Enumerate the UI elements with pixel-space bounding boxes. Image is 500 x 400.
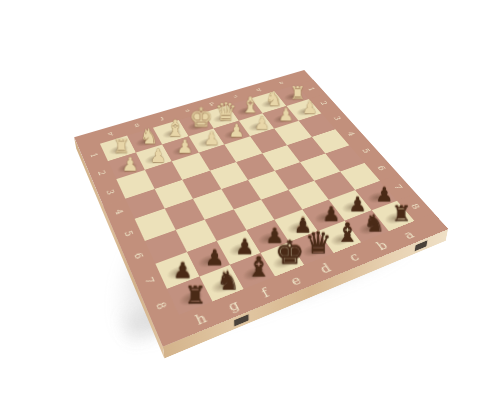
- coordinate-label: e: [288, 273, 303, 287]
- coordinate-label: 3: [332, 115, 343, 121]
- product-photo-background: hgfedcba1♜♞♝♚♛♝♞♜12♟♟♟♟♟♟♟♟2334455667♟♟♟…: [0, 0, 500, 400]
- coordinate-label: a: [401, 228, 416, 241]
- white-pawn: ♟: [197, 130, 225, 148]
- black-king: ♚: [272, 237, 306, 270]
- coordinate-label: f: [259, 286, 271, 299]
- board-scene: hgfedcba1♜♞♝♚♛♝♞♜12♟♟♟♟♟♟♟♟2334455667♟♟♟…: [88, 18, 408, 338]
- coordinate-label: 4: [345, 131, 356, 137]
- coordinate-label: 8: [154, 301, 168, 311]
- black-queen: ♛: [302, 228, 335, 258]
- white-pawn: ♟: [171, 138, 199, 156]
- coordinate-label: 5: [122, 229, 135, 237]
- coordinate-label: 5: [360, 147, 371, 154]
- white-pawn: ♟: [248, 114, 275, 132]
- black-bishop: ♝: [331, 220, 364, 246]
- coordinate-label: 1: [88, 152, 99, 159]
- metal-hinge-icon: [234, 315, 248, 327]
- coordinate-label: 6: [375, 165, 387, 172]
- white-pawn: ♟: [223, 122, 251, 140]
- white-pawn: ♟: [115, 155, 144, 174]
- black-knight: ♞: [210, 268, 245, 294]
- chessboard: hgfedcba1♜♞♝♚♛♝♞♜12♟♟♟♟♟♟♟♟2334455667♟♟♟…: [74, 70, 448, 347]
- coordinate-label: 6: [132, 252, 145, 261]
- white-pawn: ♟: [143, 146, 172, 165]
- coordinate-label: d: [317, 261, 333, 275]
- coordinate-label: g: [226, 298, 241, 313]
- black-bishop: ♝: [242, 254, 276, 282]
- black-pawn: ♟: [165, 259, 199, 281]
- coordinate-label: h: [193, 311, 208, 327]
- white-pawn: ♟: [272, 106, 299, 123]
- metal-hinge-icon: [414, 241, 427, 252]
- coordinate-label: c: [347, 250, 362, 263]
- white-pawn: ♟: [296, 99, 323, 116]
- coordinate-label: b: [374, 239, 390, 252]
- coordinate-label: 3: [104, 188, 116, 195]
- coordinate-label: a: [278, 81, 285, 86]
- coordinate-label: 7: [142, 276, 155, 286]
- coordinate-label: 2: [96, 170, 107, 177]
- coordinate-label: 4: [113, 208, 125, 216]
- black-rook: ♜: [178, 283, 213, 307]
